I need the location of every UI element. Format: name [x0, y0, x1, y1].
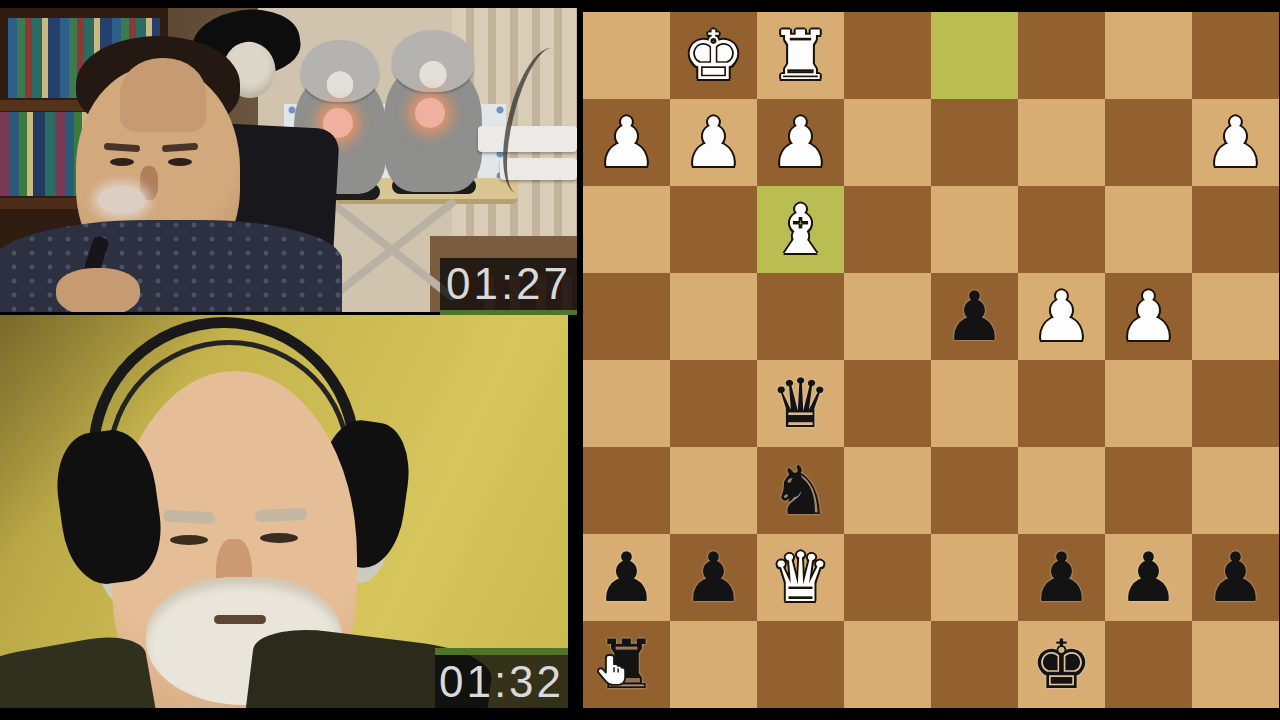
square-b6[interactable] [1105, 447, 1192, 534]
square-c3[interactable] [1018, 186, 1105, 273]
square-d3[interactable] [931, 186, 1018, 273]
square-b1[interactable] [1105, 12, 1192, 99]
piece-wP[interactable]: ♟ [683, 99, 744, 186]
square-e6[interactable] [844, 447, 931, 534]
square-d8[interactable] [931, 621, 1018, 708]
square-h4[interactable] [583, 273, 670, 360]
square-c8[interactable]: ♚ [1018, 621, 1105, 708]
hand-pointer-icon [595, 653, 629, 691]
square-b8[interactable] [1105, 621, 1192, 708]
clock-bottom-active-bar [435, 648, 568, 655]
square-a5[interactable] [1192, 360, 1279, 447]
square-d2[interactable] [931, 99, 1018, 186]
piece-wK[interactable]: ♚ [683, 12, 744, 99]
square-f2[interactable]: ♟ [757, 99, 844, 186]
square-d1[interactable] [931, 12, 1018, 99]
square-f1[interactable]: ♜ [757, 12, 844, 99]
square-g5[interactable] [670, 360, 757, 447]
piece-wQ[interactable]: ♛ [770, 534, 831, 621]
square-h5[interactable] [583, 360, 670, 447]
clock-top-active-bar [440, 310, 577, 315]
square-e4[interactable] [844, 273, 931, 360]
square-e1[interactable] [844, 12, 931, 99]
piece-bK[interactable]: ♚ [1031, 621, 1092, 708]
square-f6[interactable]: ♞ [757, 447, 844, 534]
square-d4[interactable]: ♟ [931, 273, 1018, 360]
square-c7[interactable]: ♟ [1018, 534, 1105, 621]
player-top-hand [56, 268, 140, 312]
square-g3[interactable] [670, 186, 757, 273]
clock-top: 01:27 [440, 258, 577, 310]
square-e3[interactable] [844, 186, 931, 273]
square-a6[interactable] [1192, 447, 1279, 534]
square-h6[interactable] [583, 447, 670, 534]
square-d6[interactable] [931, 447, 1018, 534]
square-c5[interactable] [1018, 360, 1105, 447]
piece-wP[interactable]: ♟ [1031, 273, 1092, 360]
piece-wP[interactable]: ♟ [1118, 273, 1179, 360]
square-g1[interactable]: ♚ [670, 12, 757, 99]
square-f8[interactable] [757, 621, 844, 708]
square-c6[interactable] [1018, 447, 1105, 534]
square-a4[interactable] [1192, 273, 1279, 360]
square-g2[interactable]: ♟ [670, 99, 757, 186]
square-h7[interactable]: ♟ [583, 534, 670, 621]
square-b2[interactable] [1105, 99, 1192, 186]
piece-bP[interactable]: ♟ [596, 534, 657, 621]
piece-bP[interactable]: ♟ [1118, 534, 1179, 621]
player-top-shirt [0, 220, 342, 312]
square-g7[interactable]: ♟ [670, 534, 757, 621]
square-a1[interactable] [1192, 12, 1279, 99]
square-c1[interactable] [1018, 12, 1105, 99]
piece-wB[interactable]: ♝ [770, 186, 831, 273]
square-d7[interactable] [931, 534, 1018, 621]
square-b3[interactable] [1105, 186, 1192, 273]
piece-wP[interactable]: ♟ [770, 99, 831, 186]
square-f5[interactable]: ♛ [757, 360, 844, 447]
square-g8[interactable] [670, 621, 757, 708]
eye [260, 533, 298, 543]
piece-wR[interactable]: ♜ [770, 12, 831, 99]
piece-wP[interactable]: ♟ [1205, 99, 1266, 186]
square-a8[interactable] [1192, 621, 1279, 708]
eye [110, 158, 134, 166]
square-c2[interactable] [1018, 99, 1105, 186]
square-b4[interactable]: ♟ [1105, 273, 1192, 360]
clock-bottom: 01:32 [435, 655, 568, 708]
square-g4[interactable] [670, 273, 757, 360]
vapor-cloud [98, 186, 146, 214]
square-a2[interactable]: ♟ [1192, 99, 1279, 186]
square-g6[interactable] [670, 447, 757, 534]
piece-bP[interactable]: ♟ [1031, 534, 1092, 621]
square-e2[interactable] [844, 99, 931, 186]
clock-top-time: 01:27 [446, 259, 571, 309]
clock-bottom-time: 01:32 [439, 657, 564, 707]
square-f4[interactable] [757, 273, 844, 360]
chess-board[interactable]: ♚♜♟♟♟♟♝♟♟♟♛♞♟♟♛♟♟♟♜♚ [583, 12, 1279, 708]
eye [170, 535, 208, 545]
piece-bQ[interactable]: ♛ [770, 360, 831, 447]
square-e8[interactable] [844, 621, 931, 708]
player-top-hairline [120, 58, 206, 132]
piece-wP[interactable]: ♟ [596, 99, 657, 186]
square-b7[interactable]: ♟ [1105, 534, 1192, 621]
mouth [214, 615, 266, 624]
square-f7[interactable]: ♛ [757, 534, 844, 621]
square-f3[interactable]: ♝ [757, 186, 844, 273]
wolf-plush-toy [384, 64, 482, 192]
square-h1[interactable] [583, 12, 670, 99]
piece-bP[interactable]: ♟ [944, 273, 1005, 360]
square-a7[interactable]: ♟ [1192, 534, 1279, 621]
square-e5[interactable] [844, 360, 931, 447]
square-c4[interactable]: ♟ [1018, 273, 1105, 360]
piece-bN[interactable]: ♞ [770, 447, 831, 534]
eye [168, 158, 192, 166]
piece-bP[interactable]: ♟ [1205, 534, 1266, 621]
square-d5[interactable] [931, 360, 1018, 447]
square-h2[interactable]: ♟ [583, 99, 670, 186]
square-h3[interactable] [583, 186, 670, 273]
piece-bP[interactable]: ♟ [683, 534, 744, 621]
square-a3[interactable] [1192, 186, 1279, 273]
square-b5[interactable] [1105, 360, 1192, 447]
stream-frame: 01:27 01:32 ♚♜♟♟♟♟♝♟♟♟♛♞♟♟♛♟♟♟♜♚ [0, 0, 1280, 720]
square-e7[interactable] [844, 534, 931, 621]
